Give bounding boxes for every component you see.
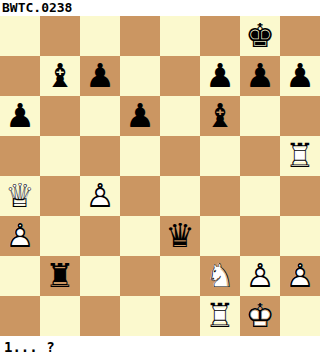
puzzle-id: BWTC.0238 bbox=[0, 0, 320, 16]
square-h5: ♜♖ bbox=[280, 136, 320, 176]
black-king-icon: ♚ bbox=[240, 16, 280, 56]
square-h2: ♟♙ bbox=[280, 256, 320, 296]
square-e3: ♛ bbox=[160, 216, 200, 256]
square-c4: ♟♙ bbox=[80, 176, 120, 216]
square-a8 bbox=[0, 16, 40, 56]
square-e4 bbox=[160, 176, 200, 216]
square-c1 bbox=[80, 296, 120, 336]
black-pawn-icon: ♟ bbox=[80, 56, 120, 96]
square-g1: ♚♔ bbox=[240, 296, 280, 336]
square-g7: ♟ bbox=[240, 56, 280, 96]
black-pawn-icon: ♟ bbox=[120, 96, 160, 136]
square-d7 bbox=[120, 56, 160, 96]
white-rook-icon: ♜♖ bbox=[200, 296, 240, 336]
square-f8 bbox=[200, 16, 240, 56]
move-prompt: 1... ? bbox=[0, 336, 320, 360]
square-e6 bbox=[160, 96, 200, 136]
square-d6: ♟ bbox=[120, 96, 160, 136]
square-h7: ♟ bbox=[280, 56, 320, 96]
square-f5 bbox=[200, 136, 240, 176]
square-b4 bbox=[40, 176, 80, 216]
square-b3 bbox=[40, 216, 80, 256]
square-a7 bbox=[0, 56, 40, 96]
square-f6: ♝ bbox=[200, 96, 240, 136]
white-rook-icon: ♜♖ bbox=[280, 136, 320, 176]
square-h8 bbox=[280, 16, 320, 56]
square-g5 bbox=[240, 136, 280, 176]
square-f1: ♜♖ bbox=[200, 296, 240, 336]
square-h4 bbox=[280, 176, 320, 216]
black-pawn-icon: ♟ bbox=[280, 56, 320, 96]
white-pawn-icon: ♟♙ bbox=[240, 256, 280, 296]
square-c2 bbox=[80, 256, 120, 296]
square-d5 bbox=[120, 136, 160, 176]
square-d4 bbox=[120, 176, 160, 216]
square-f4 bbox=[200, 176, 240, 216]
square-b5 bbox=[40, 136, 80, 176]
square-g2: ♟♙ bbox=[240, 256, 280, 296]
square-h3 bbox=[280, 216, 320, 256]
chess-board: ♚♝♟♟♟♟♟♟♝♜♖♛♕♟♙♟♙♛♜♞♘♟♙♟♙♜♖♚♔ bbox=[0, 16, 320, 336]
square-h1 bbox=[280, 296, 320, 336]
square-f2: ♞♘ bbox=[200, 256, 240, 296]
square-b6 bbox=[40, 96, 80, 136]
square-c7: ♟ bbox=[80, 56, 120, 96]
square-a3: ♟♙ bbox=[0, 216, 40, 256]
square-b7: ♝ bbox=[40, 56, 80, 96]
black-rook-icon: ♜ bbox=[40, 256, 80, 296]
square-d1 bbox=[120, 296, 160, 336]
white-pawn-icon: ♟♙ bbox=[0, 216, 40, 256]
square-a1 bbox=[0, 296, 40, 336]
white-pawn-icon: ♟♙ bbox=[80, 176, 120, 216]
square-c3 bbox=[80, 216, 120, 256]
square-g3 bbox=[240, 216, 280, 256]
white-queen-icon: ♛♕ bbox=[0, 176, 40, 216]
square-a6: ♟ bbox=[0, 96, 40, 136]
black-pawn-icon: ♟ bbox=[200, 56, 240, 96]
square-e5 bbox=[160, 136, 200, 176]
square-g8: ♚ bbox=[240, 16, 280, 56]
square-b1 bbox=[40, 296, 80, 336]
square-e2 bbox=[160, 256, 200, 296]
square-f7: ♟ bbox=[200, 56, 240, 96]
black-bishop-icon: ♝ bbox=[200, 96, 240, 136]
black-queen-icon: ♛ bbox=[160, 216, 200, 256]
square-d2 bbox=[120, 256, 160, 296]
square-c8 bbox=[80, 16, 120, 56]
square-a5 bbox=[0, 136, 40, 176]
square-e8 bbox=[160, 16, 200, 56]
black-pawn-icon: ♟ bbox=[240, 56, 280, 96]
white-king-icon: ♚♔ bbox=[240, 296, 280, 336]
white-pawn-icon: ♟♙ bbox=[280, 256, 320, 296]
white-knight-icon: ♞♘ bbox=[200, 256, 240, 296]
square-g4 bbox=[240, 176, 280, 216]
black-bishop-icon: ♝ bbox=[40, 56, 80, 96]
square-d8 bbox=[120, 16, 160, 56]
square-g6 bbox=[240, 96, 280, 136]
square-c6 bbox=[80, 96, 120, 136]
square-b2: ♜ bbox=[40, 256, 80, 296]
square-c5 bbox=[80, 136, 120, 176]
square-d3 bbox=[120, 216, 160, 256]
square-b8 bbox=[40, 16, 80, 56]
square-f3 bbox=[200, 216, 240, 256]
square-a4: ♛♕ bbox=[0, 176, 40, 216]
square-a2 bbox=[0, 256, 40, 296]
black-pawn-icon: ♟ bbox=[0, 96, 40, 136]
square-h6 bbox=[280, 96, 320, 136]
square-e1 bbox=[160, 296, 200, 336]
square-e7 bbox=[160, 56, 200, 96]
